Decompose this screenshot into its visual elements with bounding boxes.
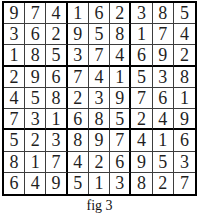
sudoku-cell-r2c5: 5 <box>89 24 110 45</box>
sudoku-cell-r2c3: 2 <box>46 24 67 45</box>
sudoku-cell-r2c9: 4 <box>174 24 195 45</box>
sudoku-cell-r5c4: 2 <box>68 88 89 109</box>
sudoku-cell-r5c7: 7 <box>131 88 152 109</box>
sudoku-cell-r2c6: 8 <box>110 24 131 45</box>
sudoku-cell-r9c3: 9 <box>46 173 67 194</box>
sudoku-cell-r8c6: 6 <box>110 152 131 173</box>
sudoku-cell-r5c8: 6 <box>153 88 174 109</box>
sudoku-cell-r7c4: 8 <box>68 130 89 151</box>
sudoku-board: 9741623853629581741853746922967415384582… <box>2 1 197 196</box>
sudoku-cell-r2c8: 7 <box>153 24 174 45</box>
sudoku-cell-r3c1: 1 <box>4 45 25 66</box>
sudoku-cell-r3c7: 6 <box>131 45 152 66</box>
sudoku-cell-r5c5: 3 <box>89 88 110 109</box>
sudoku-cell-r9c2: 4 <box>25 173 46 194</box>
sudoku-cell-r9c5: 1 <box>89 173 110 194</box>
sudoku-cell-r2c2: 6 <box>25 24 46 45</box>
sudoku-cell-r8c3: 7 <box>46 152 67 173</box>
sudoku-cell-r6c1: 7 <box>4 109 25 130</box>
sudoku-cell-r3c2: 8 <box>25 45 46 66</box>
sudoku-cell-r6c9: 9 <box>174 109 195 130</box>
sudoku-cell-r9c9: 7 <box>174 173 195 194</box>
sudoku-cell-r9c7: 8 <box>131 173 152 194</box>
sudoku-cell-r1c3: 4 <box>46 3 67 24</box>
sudoku-cell-r7c5: 9 <box>89 130 110 151</box>
sudoku-cell-r3c4: 3 <box>68 45 89 66</box>
sudoku-cell-r6c2: 3 <box>25 109 46 130</box>
sudoku-cell-r9c6: 3 <box>110 173 131 194</box>
sudoku-cell-r5c3: 8 <box>46 88 67 109</box>
sudoku-cell-r1c7: 3 <box>131 3 152 24</box>
sudoku-cell-r4c7: 5 <box>131 67 152 88</box>
sudoku-cell-r6c6: 5 <box>110 109 131 130</box>
sudoku-cell-r4c2: 9 <box>25 67 46 88</box>
sudoku-cell-r1c5: 6 <box>89 3 110 24</box>
sudoku-cell-r7c8: 1 <box>153 130 174 151</box>
sudoku-cell-r3c9: 2 <box>174 45 195 66</box>
sudoku-cell-r7c2: 2 <box>25 130 46 151</box>
sudoku-cell-r1c9: 5 <box>174 3 195 24</box>
sudoku-cell-r8c8: 5 <box>153 152 174 173</box>
sudoku-cell-r1c6: 2 <box>110 3 131 24</box>
sudoku-cell-r1c2: 7 <box>25 3 46 24</box>
sudoku-cell-r5c2: 5 <box>25 88 46 109</box>
sudoku-cell-r1c8: 8 <box>153 3 174 24</box>
sudoku-cell-r7c1: 5 <box>4 130 25 151</box>
sudoku-cell-r8c1: 8 <box>4 152 25 173</box>
sudoku-cell-r6c4: 6 <box>68 109 89 130</box>
sudoku-cell-r9c4: 5 <box>68 173 89 194</box>
sudoku-cell-r8c4: 4 <box>68 152 89 173</box>
sudoku-cell-r6c3: 1 <box>46 109 67 130</box>
sudoku-figure: 9741623853629581741853746922967415384582… <box>0 0 199 215</box>
sudoku-cell-r3c5: 7 <box>89 45 110 66</box>
sudoku-cell-r6c7: 2 <box>131 109 152 130</box>
sudoku-cell-r4c5: 4 <box>89 67 110 88</box>
sudoku-cell-r2c7: 1 <box>131 24 152 45</box>
sudoku-cell-r7c9: 6 <box>174 130 195 151</box>
sudoku-cell-r3c8: 9 <box>153 45 174 66</box>
figure-caption: fig 3 <box>0 198 199 214</box>
sudoku-cell-r4c4: 7 <box>68 67 89 88</box>
sudoku-cell-r1c1: 9 <box>4 3 25 24</box>
sudoku-cell-r4c1: 2 <box>4 67 25 88</box>
sudoku-cell-r6c5: 8 <box>89 109 110 130</box>
sudoku-cell-r7c3: 3 <box>46 130 67 151</box>
sudoku-cell-r8c5: 2 <box>89 152 110 173</box>
sudoku-cell-r8c9: 3 <box>174 152 195 173</box>
sudoku-cell-r3c3: 5 <box>46 45 67 66</box>
sudoku-cell-r2c4: 9 <box>68 24 89 45</box>
sudoku-cell-r4c6: 1 <box>110 67 131 88</box>
sudoku-cell-r7c7: 4 <box>131 130 152 151</box>
sudoku-cell-r9c8: 2 <box>153 173 174 194</box>
sudoku-cell-r8c7: 9 <box>131 152 152 173</box>
sudoku-cell-r4c3: 6 <box>46 67 67 88</box>
sudoku-cell-r5c1: 4 <box>4 88 25 109</box>
sudoku-cell-r5c6: 9 <box>110 88 131 109</box>
sudoku-cell-r2c1: 3 <box>4 24 25 45</box>
sudoku-cell-r8c2: 1 <box>25 152 46 173</box>
sudoku-cell-r6c8: 4 <box>153 109 174 130</box>
sudoku-cell-r4c9: 8 <box>174 67 195 88</box>
sudoku-cell-r4c8: 3 <box>153 67 174 88</box>
sudoku-cell-r7c6: 7 <box>110 130 131 151</box>
sudoku-cell-r5c9: 1 <box>174 88 195 109</box>
sudoku-cell-r1c4: 1 <box>68 3 89 24</box>
sudoku-cell-r3c6: 4 <box>110 45 131 66</box>
sudoku-cell-r9c1: 6 <box>4 173 25 194</box>
